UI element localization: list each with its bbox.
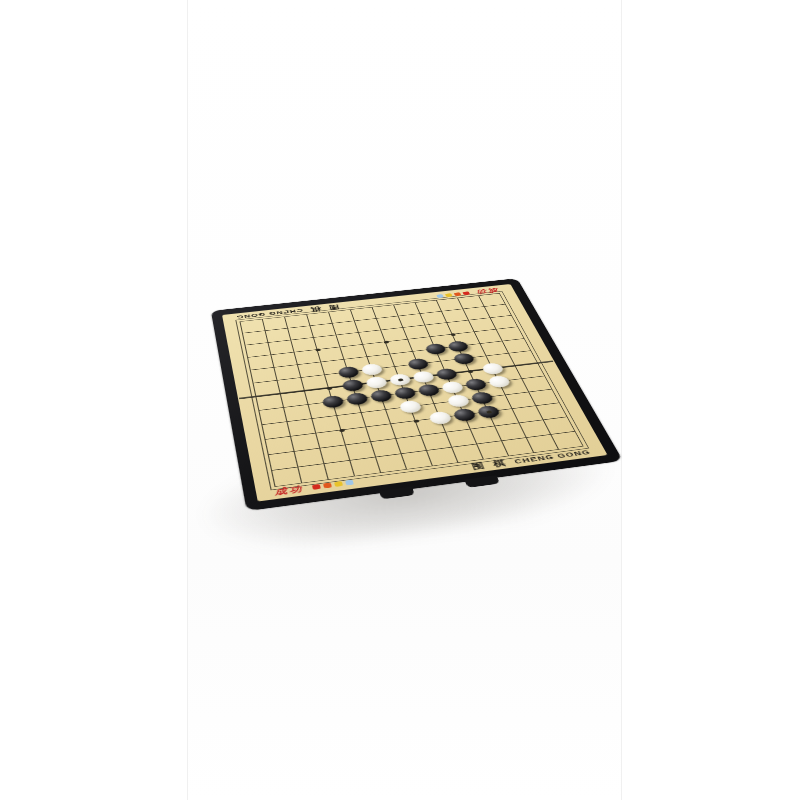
logo-color-square-3 bbox=[334, 481, 343, 487]
photo-seam-right bbox=[621, 0, 622, 800]
star-point bbox=[467, 370, 473, 373]
brand-script-cn: 成功 bbox=[273, 483, 304, 497]
logo-color-square-4 bbox=[345, 480, 354, 486]
board-grid[interactable] bbox=[239, 293, 584, 487]
logo-color-square-1 bbox=[312, 484, 321, 490]
logo-color-square-2 bbox=[323, 483, 332, 489]
photo-seam-left bbox=[187, 0, 188, 800]
star-point bbox=[383, 340, 389, 343]
logo-color-square-4 bbox=[436, 294, 444, 298]
logo-color-square-2 bbox=[454, 292, 462, 296]
logo-color-square-1 bbox=[462, 291, 470, 295]
star-point bbox=[450, 333, 456, 336]
star-point bbox=[315, 348, 321, 351]
